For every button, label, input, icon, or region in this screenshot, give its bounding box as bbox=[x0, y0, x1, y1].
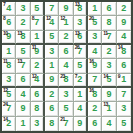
cell-value: 2 bbox=[49, 90, 54, 99]
cell-r7c3[interactable]: 6 bbox=[31, 88, 45, 102]
cell-r6c5[interactable]: 238 bbox=[59, 74, 73, 88]
cell-value: 4 bbox=[6, 4, 11, 13]
cage-sum-label: 8 bbox=[32, 16, 34, 21]
cell-r1c3[interactable]: 5 bbox=[31, 2, 45, 16]
cage-sum-label: 23 bbox=[60, 74, 65, 79]
cell-r8c3[interactable]: 8 bbox=[31, 102, 45, 116]
cell-r8c2[interactable]: 9 bbox=[16, 102, 30, 116]
cell-r1c8[interactable]: 6 bbox=[102, 2, 116, 16]
cell-value: 3 bbox=[63, 90, 68, 99]
cell-value: 5 bbox=[121, 119, 126, 128]
killer-sudoku-board: 7435791381628628712412132058910913815213… bbox=[0, 0, 133, 133]
cell-r2c9[interactable]: 9 bbox=[117, 16, 131, 30]
cell-r5c1[interactable]: 118 bbox=[2, 59, 16, 73]
cell-r4c1[interactable]: 1 bbox=[2, 45, 16, 59]
cell-value: 2 bbox=[63, 32, 68, 41]
cage-sum-label: 12 bbox=[32, 74, 37, 79]
cell-r5c3[interactable]: 2 bbox=[31, 59, 45, 73]
cage-sum-label: 13 bbox=[17, 59, 22, 64]
cell-r3c1[interactable]: 109 bbox=[2, 31, 16, 45]
cell-value: 4 bbox=[106, 119, 111, 128]
cell-r3c7[interactable]: 3 bbox=[88, 31, 102, 45]
cell-value: 6 bbox=[20, 75, 25, 84]
cell-value: 5 bbox=[63, 104, 68, 113]
cell-r2c5[interactable]: 121 bbox=[59, 16, 73, 30]
cell-r4c4[interactable]: 3 bbox=[45, 45, 59, 59]
cell-r8c6[interactable]: 4 bbox=[74, 102, 88, 116]
cage-sum-label: 12 bbox=[3, 88, 8, 93]
cell-r2c2[interactable]: 2 bbox=[16, 16, 30, 30]
cell-r9c1[interactable]: 142 bbox=[2, 117, 16, 131]
cage-sum-label: 21 bbox=[60, 117, 65, 122]
cell-r3c3[interactable]: 1 bbox=[31, 31, 45, 45]
cell-value: 1 bbox=[77, 90, 82, 99]
cage-sum-label: 7 bbox=[3, 2, 5, 7]
cell-value: 7 bbox=[121, 90, 126, 99]
cage-sum-label: 12 bbox=[46, 16, 51, 21]
cage-sum-label: 13 bbox=[17, 31, 22, 36]
cell-r6c9[interactable]: 91 bbox=[117, 74, 131, 88]
cage-sum-label: 13 bbox=[75, 2, 80, 7]
cell-r8c8[interactable]: 131 bbox=[102, 102, 116, 116]
cell-value: 9 bbox=[63, 4, 68, 13]
cell-r9c8[interactable]: 4 bbox=[102, 117, 116, 131]
cell-value: 7 bbox=[34, 18, 39, 27]
cage-sum-label: 11 bbox=[103, 31, 107, 36]
cell-r7c4[interactable]: 2 bbox=[45, 88, 59, 102]
cell-r2c6[interactable]: 3 bbox=[74, 16, 88, 30]
cell-r5c6[interactable]: 5 bbox=[74, 59, 88, 73]
cell-r3c4[interactable]: 5 bbox=[45, 31, 59, 45]
cell-r5c4[interactable]: 1 bbox=[45, 59, 59, 73]
cell-r6c4[interactable]: 9 bbox=[45, 74, 59, 88]
cell-r5c5[interactable]: 4 bbox=[59, 59, 73, 73]
cell-r2c1[interactable]: 86 bbox=[2, 16, 16, 30]
cell-r1c2[interactable]: 3 bbox=[16, 2, 30, 16]
cell-value: 3 bbox=[6, 75, 11, 84]
cell-r6c7[interactable]: 7 bbox=[88, 74, 102, 88]
cell-value: 3 bbox=[121, 104, 126, 113]
cell-r3c5[interactable]: 2 bbox=[59, 31, 73, 45]
cell-r4c9[interactable]: 148 bbox=[117, 45, 131, 59]
cage-sum-label: 24 bbox=[3, 102, 8, 107]
cell-value: 2 bbox=[77, 75, 82, 84]
cell-r7c8[interactable]: 9 bbox=[102, 88, 116, 102]
cell-value: 6 bbox=[34, 90, 39, 99]
cell-r6c1[interactable]: 3 bbox=[2, 74, 16, 88]
cage-sum-label: 10 bbox=[3, 31, 8, 36]
cell-value: 9 bbox=[121, 18, 126, 27]
cell-r6c2[interactable]: 6 bbox=[16, 74, 30, 88]
cell-r8c4[interactable]: 6 bbox=[45, 102, 59, 116]
cell-value: 9 bbox=[106, 90, 111, 99]
cage-sum-label: 16 bbox=[89, 59, 94, 64]
cell-r4c7[interactable]: 4 bbox=[88, 45, 102, 59]
cell-r1c1[interactable]: 74 bbox=[2, 2, 16, 16]
cell-value: 5 bbox=[77, 61, 82, 70]
cell-r7c5[interactable]: 3 bbox=[59, 88, 73, 102]
cell-r7c6[interactable]: 1 bbox=[74, 88, 88, 102]
cell-value: 6 bbox=[92, 119, 97, 128]
cell-value: 6 bbox=[6, 18, 11, 27]
cell-r4c8[interactable]: 2 bbox=[102, 45, 116, 59]
cell-r5c8[interactable]: 3 bbox=[102, 59, 116, 73]
cell-r3c2[interactable]: 138 bbox=[16, 31, 30, 45]
cage-sum-label: 16 bbox=[89, 88, 94, 93]
cage-sum-label: 7 bbox=[75, 74, 77, 79]
cell-r4c3[interactable]: 119 bbox=[31, 45, 45, 59]
cell-value: 2 bbox=[92, 104, 97, 113]
cage-sum-label: 11 bbox=[3, 59, 7, 64]
cell-r7c2[interactable]: 4 bbox=[16, 88, 30, 102]
cell-value: 5 bbox=[34, 4, 39, 13]
cell-r9c4[interactable]: 8 bbox=[45, 117, 59, 131]
cell-value: 5 bbox=[49, 32, 54, 41]
cell-value: 4 bbox=[63, 61, 68, 70]
cell-r2c3[interactable]: 87 bbox=[31, 16, 45, 30]
cell-value: 9 bbox=[77, 119, 82, 128]
cell-r9c9[interactable]: 5 bbox=[117, 117, 131, 131]
cell-value: 7 bbox=[49, 4, 54, 13]
cage-sum-label: 14 bbox=[118, 45, 123, 50]
cell-r7c9[interactable]: 7 bbox=[117, 88, 131, 102]
cell-value: 8 bbox=[34, 104, 39, 113]
cell-value: 7 bbox=[92, 75, 97, 84]
cage-sum-label: 26 bbox=[75, 45, 80, 50]
cell-r6c8[interactable]: 145 bbox=[102, 74, 116, 88]
cell-value: 2 bbox=[106, 47, 111, 56]
cell-value: 3 bbox=[49, 47, 54, 56]
cell-r6c3[interactable]: 124 bbox=[31, 74, 45, 88]
cell-r3c9[interactable]: 4 bbox=[117, 31, 131, 45]
cage-sum-label: 11 bbox=[32, 45, 36, 50]
cell-value: 9 bbox=[20, 104, 25, 113]
cage-sum-label: 14 bbox=[3, 117, 8, 122]
cell-value: 8 bbox=[49, 119, 54, 128]
cell-r2c8[interactable]: 8 bbox=[102, 16, 116, 30]
cell-r1c5[interactable]: 9 bbox=[59, 2, 73, 16]
cell-value: 1 bbox=[34, 32, 39, 41]
cell-value: 2 bbox=[20, 18, 25, 27]
cell-value: 3 bbox=[106, 61, 111, 70]
cage-sum-label: 9 bbox=[118, 74, 120, 79]
cell-value: 3 bbox=[92, 32, 97, 41]
cell-value: 1 bbox=[49, 61, 54, 70]
cell-value: 3 bbox=[77, 18, 82, 27]
cell-value: 4 bbox=[92, 47, 97, 56]
cell-r8c9[interactable]: 3 bbox=[117, 102, 131, 116]
cell-r9c6[interactable]: 9 bbox=[74, 117, 88, 131]
cell-r2c7[interactable]: 205 bbox=[88, 16, 102, 30]
cell-r4c2[interactable]: 5 bbox=[16, 45, 30, 59]
cell-value: 5 bbox=[20, 47, 25, 56]
cell-r1c7[interactable]: 1 bbox=[88, 2, 102, 16]
cell-r5c2[interactable]: 137 bbox=[16, 59, 30, 73]
cell-value: 1 bbox=[20, 119, 25, 128]
cell-value: 1 bbox=[92, 4, 97, 13]
cell-r5c9[interactable]: 6 bbox=[117, 59, 131, 73]
cell-r3c8[interactable]: 117 bbox=[102, 31, 116, 45]
cell-r3c6[interactable]: 136 bbox=[74, 31, 88, 45]
cell-value: 1 bbox=[6, 47, 11, 56]
cell-r2c4[interactable]: 124 bbox=[45, 16, 59, 30]
cell-r7c1[interactable]: 125 bbox=[2, 88, 16, 102]
cell-r7c7[interactable]: 168 bbox=[88, 88, 102, 102]
cell-r1c6[interactable]: 138 bbox=[74, 2, 88, 16]
cell-value: 6 bbox=[121, 61, 126, 70]
cell-r1c4[interactable]: 7 bbox=[45, 2, 59, 16]
cage-sum-label: 14 bbox=[103, 74, 108, 79]
cell-value: 3 bbox=[20, 4, 25, 13]
cell-value: 2 bbox=[121, 4, 126, 13]
cell-value: 6 bbox=[106, 4, 111, 13]
cell-r9c7[interactable]: 6 bbox=[88, 117, 102, 131]
cell-value: 6 bbox=[63, 47, 68, 56]
cell-value: 4 bbox=[77, 104, 82, 113]
cell-value: 4 bbox=[121, 32, 126, 41]
cell-r1c9[interactable]: 2 bbox=[117, 2, 131, 16]
cage-sum-label: 13 bbox=[103, 102, 108, 107]
cage-sum-label: 12 bbox=[60, 16, 65, 21]
cage-sum-label: 8 bbox=[3, 16, 5, 21]
cell-r8c5[interactable]: 5 bbox=[59, 102, 73, 116]
cell-value: 9 bbox=[49, 75, 54, 84]
cage-sum-label: 13 bbox=[75, 31, 80, 36]
cell-r5c7[interactable]: 169 bbox=[88, 59, 102, 73]
cell-r9c2[interactable]: 1 bbox=[16, 117, 30, 131]
cell-value: 1 bbox=[121, 75, 126, 84]
cell-r6c6[interactable]: 72 bbox=[74, 74, 88, 88]
cage-sum-label: 20 bbox=[89, 16, 94, 21]
cell-r4c6[interactable]: 267 bbox=[74, 45, 88, 59]
cell-r8c1[interactable]: 247 bbox=[2, 102, 16, 116]
cell-value: 6 bbox=[49, 104, 54, 113]
cell-value: 4 bbox=[20, 90, 25, 99]
cell-value: 2 bbox=[34, 61, 39, 70]
cell-value: 8 bbox=[106, 18, 111, 27]
cell-r4c5[interactable]: 6 bbox=[59, 45, 73, 59]
cell-r9c5[interactable]: 217 bbox=[59, 117, 73, 131]
cell-r9c3[interactable]: 3 bbox=[31, 117, 45, 131]
cell-r8c7[interactable]: 2 bbox=[88, 102, 102, 116]
cell-value: 3 bbox=[34, 119, 39, 128]
